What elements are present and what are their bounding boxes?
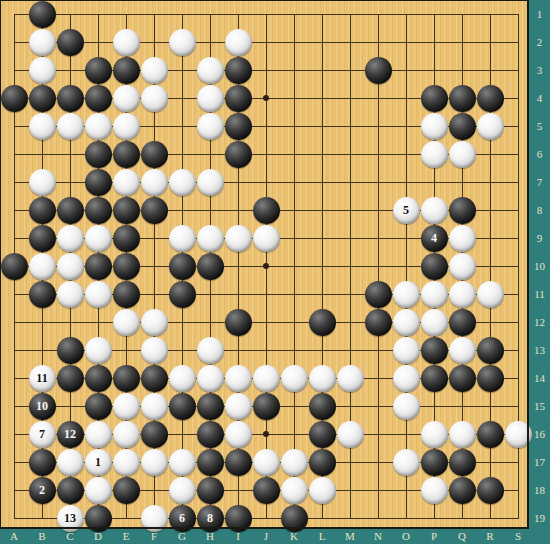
column-label-M: M	[343, 531, 357, 542]
stone-black-C13	[57, 337, 84, 364]
stone-white-B5	[29, 113, 56, 140]
stone-black-L16	[309, 421, 336, 448]
stone-white-I14	[225, 365, 252, 392]
stone-white-K14	[281, 365, 308, 392]
stone-white-B3	[29, 57, 56, 84]
stone-white-D18	[85, 477, 112, 504]
row-label-10: 10	[529, 261, 550, 272]
stone-white-Q11	[449, 281, 476, 308]
row-label-18: 18	[529, 485, 550, 496]
stone-white-G9	[169, 225, 196, 252]
stone-white-E5	[113, 113, 140, 140]
stone-black-C8	[57, 197, 84, 224]
stone-black-Q12	[449, 309, 476, 336]
stone-white-P11	[421, 281, 448, 308]
stone-black-A4	[1, 85, 28, 112]
stone-white-C9	[57, 225, 84, 252]
stone-black-B18-move-2: 2	[29, 477, 56, 504]
stone-black-I17	[225, 449, 252, 476]
stone-white-P6	[421, 141, 448, 168]
stone-white-E2	[113, 29, 140, 56]
stone-black-Q18	[449, 477, 476, 504]
stone-black-F14	[141, 365, 168, 392]
stone-black-Q17	[449, 449, 476, 476]
stone-white-D13	[85, 337, 112, 364]
stone-black-D8	[85, 197, 112, 224]
stone-white-K17	[281, 449, 308, 476]
stone-black-F8	[141, 197, 168, 224]
stone-black-J18	[253, 477, 280, 504]
stone-white-M16	[337, 421, 364, 448]
column-label-G: G	[175, 531, 189, 542]
stone-black-C16-move-12: 12	[57, 421, 84, 448]
stone-white-O14	[393, 365, 420, 392]
stone-white-P5	[421, 113, 448, 140]
star-point	[263, 431, 269, 437]
column-label-N: N	[371, 531, 385, 542]
stone-black-J8	[253, 197, 280, 224]
stone-white-H3	[197, 57, 224, 84]
stone-white-G17	[169, 449, 196, 476]
bottom-coordinates: ABCDEFGHIJKLMNOPQRS	[0, 529, 529, 544]
stone-white-P12	[421, 309, 448, 336]
go-board-diagram: 541110712121368 123456789101112131415161…	[0, 0, 550, 544]
stone-white-F7	[141, 169, 168, 196]
stone-black-R4	[477, 85, 504, 112]
stone-black-P17	[421, 449, 448, 476]
stone-white-F3	[141, 57, 168, 84]
stone-black-B11	[29, 281, 56, 308]
stone-white-B16-move-7: 7	[29, 421, 56, 448]
stone-white-D5	[85, 113, 112, 140]
column-label-H: H	[203, 531, 217, 542]
stone-black-Q5	[449, 113, 476, 140]
stone-white-I16	[225, 421, 252, 448]
stone-white-H7	[197, 169, 224, 196]
row-label-13: 13	[529, 345, 550, 356]
board-frame-top	[0, 0, 529, 1]
stone-black-H15	[197, 393, 224, 420]
go-board: 541110712121368	[0, 0, 529, 529]
board-frame-left	[0, 0, 1, 529]
stone-white-F13	[141, 337, 168, 364]
row-label-8: 8	[529, 205, 550, 216]
stone-white-J9	[253, 225, 280, 252]
stone-white-Q16	[449, 421, 476, 448]
stone-white-E4	[113, 85, 140, 112]
stone-black-G11	[169, 281, 196, 308]
stone-white-M14	[337, 365, 364, 392]
stone-white-B7	[29, 169, 56, 196]
row-label-3: 3	[529, 65, 550, 76]
stone-white-Q10	[449, 253, 476, 280]
stone-white-K18	[281, 477, 308, 504]
stone-white-C10	[57, 253, 84, 280]
stone-black-B15-move-10: 10	[29, 393, 56, 420]
stone-white-H5	[197, 113, 224, 140]
stone-black-R14	[477, 365, 504, 392]
stone-white-E12	[113, 309, 140, 336]
row-label-14: 14	[529, 373, 550, 384]
stone-black-C2	[57, 29, 84, 56]
stone-black-A10	[1, 253, 28, 280]
stone-black-G15	[169, 393, 196, 420]
stone-white-H13	[197, 337, 224, 364]
grid-line-vertical	[294, 14, 295, 519]
stone-black-L17	[309, 449, 336, 476]
stone-white-E17	[113, 449, 140, 476]
stone-white-C17	[57, 449, 84, 476]
stone-black-I12	[225, 309, 252, 336]
stone-black-Q4	[449, 85, 476, 112]
stone-black-J15	[253, 393, 280, 420]
stone-black-B4	[29, 85, 56, 112]
stone-white-O17	[393, 449, 420, 476]
stone-white-D16	[85, 421, 112, 448]
stone-black-B9	[29, 225, 56, 252]
stone-white-B2	[29, 29, 56, 56]
stone-black-G10	[169, 253, 196, 280]
stone-black-C18	[57, 477, 84, 504]
stone-black-E18	[113, 477, 140, 504]
stone-white-O8-move-5: 5	[393, 197, 420, 224]
stone-black-Q14	[449, 365, 476, 392]
stone-white-E16	[113, 421, 140, 448]
row-label-5: 5	[529, 121, 550, 132]
row-label-12: 12	[529, 317, 550, 328]
row-label-2: 2	[529, 37, 550, 48]
column-label-E: E	[119, 531, 133, 542]
column-label-I: I	[231, 531, 245, 542]
stone-white-Q9	[449, 225, 476, 252]
stone-black-B17	[29, 449, 56, 476]
grid-line-vertical	[378, 14, 379, 519]
stone-white-C5	[57, 113, 84, 140]
stone-black-E6	[113, 141, 140, 168]
stone-black-P13	[421, 337, 448, 364]
stone-black-E11	[113, 281, 140, 308]
column-label-Q: Q	[455, 531, 469, 542]
stone-black-N11	[365, 281, 392, 308]
stone-black-D7	[85, 169, 112, 196]
stone-black-H18	[197, 477, 224, 504]
row-label-15: 15	[529, 401, 550, 412]
stone-black-D3	[85, 57, 112, 84]
stone-white-B14-move-11: 11	[29, 365, 56, 392]
stone-white-D17-move-1: 1	[85, 449, 112, 476]
stone-black-N12	[365, 309, 392, 336]
stone-white-O15	[393, 393, 420, 420]
star-point	[263, 95, 269, 101]
stone-black-E8	[113, 197, 140, 224]
stone-white-I9	[225, 225, 252, 252]
stone-white-D11	[85, 281, 112, 308]
stone-white-Q13	[449, 337, 476, 364]
row-label-6: 6	[529, 149, 550, 160]
stone-white-P18	[421, 477, 448, 504]
stone-black-D14	[85, 365, 112, 392]
stone-white-F12	[141, 309, 168, 336]
stone-black-E3	[113, 57, 140, 84]
stone-white-P8	[421, 197, 448, 224]
stone-black-P4	[421, 85, 448, 112]
stone-black-F16	[141, 421, 168, 448]
stone-black-R16	[477, 421, 504, 448]
column-label-L: L	[315, 531, 329, 542]
column-label-A: A	[7, 531, 21, 542]
stone-white-Q6	[449, 141, 476, 168]
stone-black-F6	[141, 141, 168, 168]
stone-black-D4	[85, 85, 112, 112]
stone-white-R5	[477, 113, 504, 140]
stone-white-D9	[85, 225, 112, 252]
stone-white-J17	[253, 449, 280, 476]
stone-black-E14	[113, 365, 140, 392]
row-label-19: 19	[529, 513, 550, 524]
column-label-J: J	[259, 531, 273, 542]
row-label-11: 11	[529, 289, 550, 300]
stone-white-F17	[141, 449, 168, 476]
stone-black-N3	[365, 57, 392, 84]
stone-white-O13	[393, 337, 420, 364]
stone-white-B10	[29, 253, 56, 280]
stone-white-P16	[421, 421, 448, 448]
row-label-1: 1	[529, 9, 550, 20]
stone-white-I2	[225, 29, 252, 56]
stone-black-B1	[29, 1, 56, 28]
stone-black-B8	[29, 197, 56, 224]
stone-black-L12	[309, 309, 336, 336]
stone-white-G7	[169, 169, 196, 196]
stone-white-H4	[197, 85, 224, 112]
stone-white-R11	[477, 281, 504, 308]
row-label-9: 9	[529, 233, 550, 244]
stone-black-R18	[477, 477, 504, 504]
stone-white-H14	[197, 365, 224, 392]
stone-white-G14	[169, 365, 196, 392]
stone-black-I6	[225, 141, 252, 168]
stone-white-E7	[113, 169, 140, 196]
column-label-D: D	[91, 531, 105, 542]
stone-white-L18	[309, 477, 336, 504]
stone-black-P9-move-4: 4	[421, 225, 448, 252]
stone-black-D15	[85, 393, 112, 420]
stone-black-I5	[225, 113, 252, 140]
stone-white-O11	[393, 281, 420, 308]
stone-black-E9	[113, 225, 140, 252]
stone-black-D6	[85, 141, 112, 168]
stone-black-P14	[421, 365, 448, 392]
stone-black-C14	[57, 365, 84, 392]
column-label-K: K	[287, 531, 301, 542]
row-label-4: 4	[529, 93, 550, 104]
stone-black-D10	[85, 253, 112, 280]
stone-white-I15	[225, 393, 252, 420]
stone-black-R13	[477, 337, 504, 364]
stone-black-H16	[197, 421, 224, 448]
stone-white-O12	[393, 309, 420, 336]
stone-black-L15	[309, 393, 336, 420]
stone-black-H17	[197, 449, 224, 476]
column-label-S: S	[511, 531, 525, 542]
column-label-P: P	[427, 531, 441, 542]
stone-black-C4	[57, 85, 84, 112]
stone-white-J14	[253, 365, 280, 392]
stone-white-L14	[309, 365, 336, 392]
stone-white-F15	[141, 393, 168, 420]
column-label-R: R	[483, 531, 497, 542]
stone-white-E15	[113, 393, 140, 420]
stone-white-G2	[169, 29, 196, 56]
column-label-O: O	[399, 531, 413, 542]
column-label-C: C	[63, 531, 77, 542]
star-point	[263, 263, 269, 269]
stone-black-I4	[225, 85, 252, 112]
row-label-16: 16	[529, 429, 550, 440]
stone-white-F4	[141, 85, 168, 112]
stone-black-I3	[225, 57, 252, 84]
stone-black-H10	[197, 253, 224, 280]
stone-black-Q8	[449, 197, 476, 224]
stone-white-H9	[197, 225, 224, 252]
stone-white-G18	[169, 477, 196, 504]
right-coordinates: 12345678910111213141516171819	[529, 0, 550, 544]
stone-black-P10	[421, 253, 448, 280]
row-label-17: 17	[529, 457, 550, 468]
grid-line-vertical	[406, 14, 407, 519]
stone-white-C11	[57, 281, 84, 308]
column-label-B: B	[35, 531, 49, 542]
column-label-F: F	[147, 531, 161, 542]
stone-black-E10	[113, 253, 140, 280]
row-label-7: 7	[529, 177, 550, 188]
